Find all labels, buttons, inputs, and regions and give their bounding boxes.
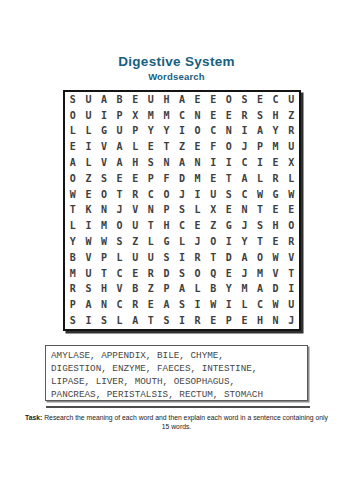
grid-cell: H bbox=[268, 218, 284, 234]
grid-cell: C bbox=[112, 297, 128, 313]
grid-cell: D bbox=[174, 171, 190, 187]
word-list-line: AMYLASE, APPENDIX, BILE, CHYME, bbox=[51, 349, 307, 362]
grid-cell: L bbox=[143, 234, 159, 250]
grid-cell: M bbox=[252, 266, 268, 282]
grid-cell: W bbox=[268, 297, 284, 313]
grid-cell: H bbox=[252, 313, 268, 329]
grid-cell: E bbox=[205, 171, 221, 187]
grid-cell: I bbox=[174, 250, 190, 266]
grid-cell: A bbox=[65, 155, 81, 171]
grid-cell: E bbox=[127, 266, 143, 282]
grid-cell: E bbox=[205, 92, 221, 108]
grid-cell: T bbox=[252, 203, 268, 219]
grid-cell: P bbox=[96, 250, 112, 266]
grid-cell: Y bbox=[268, 124, 284, 140]
grid-cell: C bbox=[252, 297, 268, 313]
grid-cell: S bbox=[252, 218, 268, 234]
grid-cell: E bbox=[190, 139, 206, 155]
grid-cell: R bbox=[143, 266, 159, 282]
grid-cell: M bbox=[237, 282, 253, 298]
grid-cell: I bbox=[283, 282, 299, 298]
grid-cell: N bbox=[268, 313, 284, 329]
grid-cell: P bbox=[159, 203, 175, 219]
grid-cell: E bbox=[205, 313, 221, 329]
grid-cell: N bbox=[237, 203, 253, 219]
grid-cell: L bbox=[174, 234, 190, 250]
grid-cell: I bbox=[81, 139, 97, 155]
grid-cell: Y bbox=[237, 234, 253, 250]
grid-cell: W bbox=[205, 297, 221, 313]
grid-cell: A bbox=[174, 155, 190, 171]
wordsearch-grid: SUABEUHAEEOSECUOUIPXMMCNEERSHZLLGUPYYIOC… bbox=[65, 92, 299, 329]
grid-cell: I bbox=[221, 155, 237, 171]
grid-cell: E bbox=[112, 171, 128, 187]
grid-cell: U bbox=[81, 266, 97, 282]
grid-cell: E bbox=[205, 108, 221, 124]
grid-cell: P bbox=[221, 313, 237, 329]
grid-cell: Y bbox=[159, 124, 175, 140]
page-title: Digestive System bbox=[0, 54, 353, 69]
grid-cell: O bbox=[283, 218, 299, 234]
grid-cell: V bbox=[81, 250, 97, 266]
grid-cell: S bbox=[174, 266, 190, 282]
grid-cell: X bbox=[127, 108, 143, 124]
grid-cell: W bbox=[65, 187, 81, 203]
grid-cell: Z bbox=[174, 139, 190, 155]
grid-cell: C bbox=[237, 155, 253, 171]
grid-cell: V bbox=[283, 250, 299, 266]
grid-cell: E bbox=[237, 313, 253, 329]
grid-cell: S bbox=[237, 92, 253, 108]
grid-cell: Z bbox=[81, 171, 97, 187]
grid-cell: S bbox=[174, 297, 190, 313]
section-divider bbox=[46, 406, 310, 408]
grid-cell: M bbox=[143, 108, 159, 124]
grid-cell: H bbox=[159, 92, 175, 108]
grid-cell: E bbox=[127, 171, 143, 187]
task-label: Task: bbox=[25, 414, 42, 421]
grid-cell: X bbox=[205, 203, 221, 219]
grid-cell: D bbox=[159, 266, 175, 282]
grid-cell: S bbox=[81, 282, 97, 298]
grid-cell: L bbox=[65, 218, 81, 234]
grid-cell: N bbox=[96, 203, 112, 219]
worksheet-page: Digestive System Wordsearch SUABEUHAEEOS… bbox=[0, 0, 353, 500]
grid-cell: U bbox=[205, 187, 221, 203]
grid-cell: G bbox=[96, 124, 112, 140]
grid-cell: T bbox=[159, 139, 175, 155]
grid-cell: M bbox=[159, 108, 175, 124]
grid-cell: A bbox=[174, 92, 190, 108]
grid-cell: C bbox=[143, 187, 159, 203]
grid-cell: S bbox=[174, 203, 190, 219]
grid-cell: G bbox=[268, 187, 284, 203]
grid-cell: U bbox=[127, 250, 143, 266]
grid-cell: T bbox=[143, 313, 159, 329]
grid-cell: L bbox=[81, 155, 97, 171]
grid-cell: D bbox=[221, 250, 237, 266]
grid-cell: M bbox=[65, 266, 81, 282]
grid-cell: C bbox=[112, 266, 128, 282]
grid-cell: V bbox=[96, 139, 112, 155]
grid-cell: R bbox=[127, 187, 143, 203]
grid-cell: E bbox=[283, 203, 299, 219]
grid-cell: E bbox=[268, 203, 284, 219]
grid-cell: E bbox=[268, 155, 284, 171]
grid-cell: E bbox=[221, 203, 237, 219]
grid-cell: I bbox=[237, 124, 253, 140]
grid-cell: T bbox=[65, 203, 81, 219]
grid-cell: L bbox=[112, 250, 128, 266]
grid-cell: N bbox=[143, 203, 159, 219]
grid-cell: O bbox=[96, 187, 112, 203]
grid-cell: W bbox=[252, 187, 268, 203]
grid-cell: R bbox=[268, 171, 284, 187]
grid-cell: H bbox=[96, 282, 112, 298]
grid-cell: P bbox=[159, 282, 175, 298]
grid-cell: J bbox=[112, 203, 128, 219]
grid-cell: B bbox=[65, 250, 81, 266]
grid-cell: V bbox=[268, 266, 284, 282]
grid-cell: V bbox=[112, 282, 128, 298]
grid-cell: E bbox=[143, 297, 159, 313]
grid-cell: R bbox=[283, 234, 299, 250]
grid-cell: A bbox=[237, 171, 253, 187]
grid-cell: S bbox=[65, 92, 81, 108]
grid-cell: W bbox=[96, 234, 112, 250]
grid-cell: H bbox=[127, 155, 143, 171]
grid-cell: O bbox=[190, 124, 206, 140]
grid-cell: S bbox=[65, 313, 81, 329]
grid-cell: O bbox=[190, 266, 206, 282]
grid-cell: U bbox=[143, 92, 159, 108]
grid-cell: L bbox=[112, 313, 128, 329]
grid-cell: U bbox=[81, 108, 97, 124]
grid-cell: M bbox=[268, 139, 284, 155]
grid-cell: A bbox=[159, 297, 175, 313]
grid-cell: A bbox=[112, 155, 128, 171]
grid-cell: N bbox=[159, 155, 175, 171]
word-list-box: AMYLASE, APPENDIX, BILE, CHYME,DIGESTION… bbox=[45, 345, 308, 401]
grid-cell: E bbox=[268, 234, 284, 250]
grid-cell: K bbox=[81, 203, 97, 219]
grid-cell: B bbox=[205, 282, 221, 298]
grid-cell: T bbox=[112, 187, 128, 203]
grid-cell: S bbox=[159, 313, 175, 329]
grid-cell: N bbox=[96, 297, 112, 313]
grid-cell: R bbox=[127, 297, 143, 313]
grid-cell: L bbox=[65, 124, 81, 140]
grid-cell: E bbox=[221, 108, 237, 124]
grid-cell: V bbox=[127, 203, 143, 219]
grid-cell: N bbox=[190, 108, 206, 124]
grid-cell: S bbox=[96, 171, 112, 187]
grid-cell: I bbox=[174, 124, 190, 140]
grid-cell: I bbox=[96, 108, 112, 124]
grid-cell: U bbox=[283, 92, 299, 108]
grid-cell: O bbox=[112, 218, 128, 234]
grid-cell: A bbox=[237, 250, 253, 266]
grid-cell: E bbox=[221, 266, 237, 282]
grid-cell: E bbox=[143, 139, 159, 155]
grid-cell: F bbox=[205, 139, 221, 155]
grid-cell: S bbox=[221, 187, 237, 203]
grid-cell: B bbox=[127, 282, 143, 298]
grid-cell: T bbox=[205, 250, 221, 266]
grid-cell: H bbox=[159, 218, 175, 234]
grid-cell: A bbox=[81, 297, 97, 313]
grid-cell: C bbox=[205, 124, 221, 140]
grid-cell: T bbox=[96, 266, 112, 282]
word-list-line: DIGESTION, ENZYME, FAECES, INTESTINE, bbox=[51, 362, 307, 375]
grid-cell: W bbox=[268, 250, 284, 266]
grid-cell: N bbox=[190, 155, 206, 171]
grid-cell: T bbox=[221, 171, 237, 187]
grid-cell: R bbox=[190, 250, 206, 266]
grid-cell: Z bbox=[205, 218, 221, 234]
grid-cell: S bbox=[96, 313, 112, 329]
grid-cell: J bbox=[174, 187, 190, 203]
grid-cell: S bbox=[159, 250, 175, 266]
grid-cell: W bbox=[283, 187, 299, 203]
grid-cell: A bbox=[127, 313, 143, 329]
grid-cell: E bbox=[65, 139, 81, 155]
grid-cell: L bbox=[283, 171, 299, 187]
grid-cell: L bbox=[127, 139, 143, 155]
grid-cell: I bbox=[190, 187, 206, 203]
grid-cell: T bbox=[252, 234, 268, 250]
grid-cell: E bbox=[127, 92, 143, 108]
grid-cell: Y bbox=[65, 234, 81, 250]
grid-cell: Z bbox=[127, 234, 143, 250]
word-list-line: LIPASE, LIVER, MOUTH, OESOPHAGUS, bbox=[51, 375, 307, 388]
grid-cell: C bbox=[174, 108, 190, 124]
grid-cell: X bbox=[283, 155, 299, 171]
grid-cell: U bbox=[143, 250, 159, 266]
grid-cell: L bbox=[81, 124, 97, 140]
grid-cell: J bbox=[237, 139, 253, 155]
page-subtitle: Wordsearch bbox=[0, 71, 353, 82]
grid-cell: Z bbox=[143, 282, 159, 298]
grid-cell: U bbox=[112, 124, 128, 140]
grid-cell: Q bbox=[205, 266, 221, 282]
grid-cell: U bbox=[81, 92, 97, 108]
grid-cell: I bbox=[252, 155, 268, 171]
task-text: Task: Research the meaning of each word … bbox=[10, 413, 343, 431]
grid-cell: Y bbox=[221, 282, 237, 298]
grid-cell: A bbox=[252, 124, 268, 140]
grid-cell: C bbox=[237, 187, 253, 203]
grid-cell: H bbox=[268, 108, 284, 124]
grid-cell: A bbox=[96, 92, 112, 108]
grid-cell: I bbox=[221, 297, 237, 313]
grid-cell: P bbox=[252, 139, 268, 155]
grid-cell: J bbox=[237, 218, 253, 234]
grid-cell: R bbox=[283, 124, 299, 140]
grid-cell: J bbox=[237, 266, 253, 282]
grid-cell: I bbox=[81, 218, 97, 234]
grid-cell: O bbox=[65, 171, 81, 187]
task-line2: 15 words. bbox=[10, 422, 343, 431]
grid-cell: I bbox=[221, 234, 237, 250]
grid-cell: C bbox=[268, 92, 284, 108]
grid-cell: F bbox=[159, 171, 175, 187]
grid-cell: R bbox=[65, 282, 81, 298]
grid-cell: I bbox=[174, 313, 190, 329]
grid-cell: E bbox=[252, 92, 268, 108]
grid-cell: L bbox=[237, 297, 253, 313]
wordsearch-board: SUABEUHAEEOSECUOUIPXMMCNEERSHZLLGUPYYIOC… bbox=[63, 90, 301, 331]
grid-cell: A bbox=[174, 282, 190, 298]
grid-cell: G bbox=[221, 218, 237, 234]
grid-cell: Y bbox=[143, 124, 159, 140]
grid-cell: P bbox=[143, 171, 159, 187]
word-list-line: PANCREAS, PERISTALSIS, RECTUM, STOMACH bbox=[51, 388, 307, 401]
grid-cell: I bbox=[81, 313, 97, 329]
grid-cell: U bbox=[127, 218, 143, 234]
grid-cell: S bbox=[252, 108, 268, 124]
grid-cell: T bbox=[283, 266, 299, 282]
grid-cell: O bbox=[252, 250, 268, 266]
grid-cell: V bbox=[96, 155, 112, 171]
grid-cell: S bbox=[143, 155, 159, 171]
grid-cell: B bbox=[112, 92, 128, 108]
grid-cell: D bbox=[268, 282, 284, 298]
grid-cell: E bbox=[190, 92, 206, 108]
grid-cell: T bbox=[143, 218, 159, 234]
grid-cell: J bbox=[190, 234, 206, 250]
grid-cell: R bbox=[190, 313, 206, 329]
grid-cell: C bbox=[174, 218, 190, 234]
grid-cell: U bbox=[283, 297, 299, 313]
grid-cell: G bbox=[159, 234, 175, 250]
grid-cell: R bbox=[237, 108, 253, 124]
grid-cell: A bbox=[252, 282, 268, 298]
grid-cell: J bbox=[283, 313, 299, 329]
grid-cell: L bbox=[190, 282, 206, 298]
grid-cell: E bbox=[81, 187, 97, 203]
grid-cell: O bbox=[159, 187, 175, 203]
grid-cell: A bbox=[112, 139, 128, 155]
grid-cell: P bbox=[112, 108, 128, 124]
grid-cell: L bbox=[252, 171, 268, 187]
grid-cell: W bbox=[81, 234, 97, 250]
grid-cell: O bbox=[221, 92, 237, 108]
grid-cell: O bbox=[65, 108, 81, 124]
grid-cell: O bbox=[205, 234, 221, 250]
grid-cell: O bbox=[221, 139, 237, 155]
grid-cell: P bbox=[65, 297, 81, 313]
grid-cell: I bbox=[190, 297, 206, 313]
grid-cell: M bbox=[190, 171, 206, 187]
grid-cell: S bbox=[112, 234, 128, 250]
grid-cell: L bbox=[190, 203, 206, 219]
grid-cell: Z bbox=[283, 108, 299, 124]
grid-cell: E bbox=[190, 218, 206, 234]
task-line1: Research the meaning of each word and th… bbox=[44, 414, 328, 421]
grid-cell: N bbox=[221, 124, 237, 140]
grid-cell: U bbox=[283, 139, 299, 155]
grid-cell: I bbox=[205, 155, 221, 171]
grid-cell: P bbox=[127, 124, 143, 140]
grid-cell: M bbox=[96, 218, 112, 234]
